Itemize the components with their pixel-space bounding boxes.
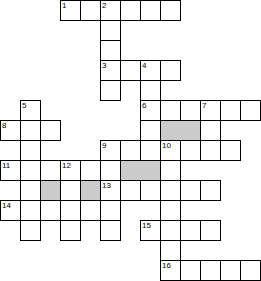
clue-number: 14 — [2, 201, 11, 210]
blocked-cell — [160, 120, 201, 141]
grid-cell[interactable]: 4 — [140, 60, 161, 81]
grid-cell[interactable]: 14 — [0, 200, 21, 221]
grid-cell[interactable] — [160, 220, 181, 241]
grid-cell[interactable] — [40, 120, 61, 141]
grid-cell[interactable] — [80, 0, 101, 21]
grid-cell[interactable]: 6 — [140, 100, 161, 121]
grid-cell[interactable] — [160, 180, 181, 201]
grid-cell[interactable] — [100, 20, 121, 41]
grid-cell[interactable] — [20, 180, 41, 201]
grid-cell[interactable] — [160, 100, 181, 121]
grid-cell[interactable] — [180, 140, 201, 161]
grid-cell[interactable] — [240, 260, 261, 281]
grid-cell[interactable] — [100, 80, 121, 101]
grid-cell[interactable] — [200, 140, 221, 161]
grid-cell[interactable]: 5 — [20, 100, 41, 121]
grid-cell[interactable] — [220, 260, 241, 281]
clue-number: 1 — [62, 1, 66, 10]
grid-cell[interactable] — [240, 100, 261, 121]
grid-cell[interactable] — [220, 140, 241, 161]
clue-number: 9 — [102, 141, 106, 150]
grid-cell[interactable]: 11 — [0, 160, 21, 181]
grid-cell[interactable] — [40, 160, 61, 181]
grid-cell[interactable]: 10 — [160, 140, 181, 161]
grid-cell[interactable] — [20, 140, 41, 161]
grid-cell[interactable] — [200, 220, 221, 241]
grid-cell[interactable] — [140, 80, 161, 101]
clue-number: 8 — [2, 121, 6, 130]
grid-cell[interactable] — [60, 200, 81, 221]
grid-cell[interactable] — [200, 180, 221, 201]
grid-cell[interactable] — [20, 120, 41, 141]
grid-cell[interactable]: 7 — [200, 100, 221, 121]
grid-cell[interactable] — [140, 120, 161, 141]
crossword-board: 12345678910111213141516 — [0, 0, 261, 281]
grid-cell[interactable] — [160, 240, 181, 261]
grid-cell[interactable] — [100, 220, 121, 241]
blocked-cell — [120, 160, 161, 181]
grid-cell[interactable] — [100, 40, 121, 61]
clue-number: 6 — [142, 101, 146, 110]
grid-cell[interactable] — [60, 180, 81, 201]
grid-cell[interactable] — [60, 220, 81, 241]
grid-cell[interactable] — [140, 140, 161, 161]
grid-cell[interactable]: 1 — [60, 0, 81, 21]
grid-cell[interactable] — [120, 0, 141, 21]
clue-number: 2 — [102, 1, 106, 10]
clue-number: 7 — [202, 101, 206, 110]
grid-cell[interactable] — [140, 180, 161, 201]
grid-cell[interactable] — [180, 180, 201, 201]
grid-cell[interactable]: 12 — [60, 160, 81, 181]
clue-number: 13 — [102, 181, 111, 190]
grid-cell[interactable] — [80, 160, 101, 181]
grid-cell[interactable]: 9 — [100, 140, 121, 161]
grid-cell[interactable]: 2 — [100, 0, 121, 21]
grid-cell[interactable]: 13 — [100, 180, 121, 201]
grid-cell[interactable] — [120, 180, 141, 201]
grid-cell[interactable] — [20, 200, 41, 221]
grid-cell[interactable] — [20, 220, 41, 241]
clue-number: 16 — [162, 261, 171, 270]
grid-cell[interactable] — [140, 0, 161, 21]
grid-cell[interactable] — [120, 140, 141, 161]
blocked-cell — [40, 180, 61, 201]
grid-cell[interactable]: 8 — [0, 120, 21, 141]
grid-cell[interactable] — [20, 160, 41, 181]
blocked-cell — [80, 180, 101, 201]
grid-cell[interactable] — [120, 60, 141, 81]
grid-cell[interactable] — [40, 200, 61, 221]
grid-cell[interactable] — [180, 220, 201, 241]
grid-cell[interactable] — [180, 260, 201, 281]
grid-cell[interactable] — [160, 0, 181, 21]
clue-number: 4 — [142, 61, 146, 70]
clue-number: 10 — [162, 141, 171, 150]
grid-cell[interactable] — [200, 260, 221, 281]
clue-number: 5 — [22, 101, 26, 110]
clue-number: 12 — [62, 161, 71, 170]
clue-number: 15 — [142, 221, 151, 230]
clue-number: 11 — [2, 161, 10, 170]
grid-cell[interactable] — [80, 200, 101, 221]
grid-cell[interactable]: 16 — [160, 260, 181, 281]
grid-cell[interactable] — [100, 200, 121, 221]
grid-cell[interactable] — [220, 100, 241, 121]
grid-cell[interactable] — [160, 60, 181, 81]
grid-cell[interactable]: 15 — [140, 220, 161, 241]
grid-cell[interactable] — [160, 200, 181, 221]
grid-cell[interactable] — [160, 160, 181, 181]
grid-cell[interactable] — [180, 100, 201, 121]
grid-cell[interactable] — [100, 160, 121, 181]
grid-cell[interactable] — [200, 120, 221, 141]
clue-number: 3 — [102, 61, 106, 70]
grid-cell[interactable]: 3 — [100, 60, 121, 81]
